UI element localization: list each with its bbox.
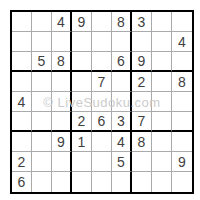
cell-r9c8[interactable] (152, 172, 172, 192)
cell-r4c8[interactable] (152, 72, 172, 92)
cell-r7c3[interactable]: 9 (52, 132, 72, 152)
cell-r1c1[interactable] (12, 12, 32, 32)
cell-r1c6[interactable]: 8 (112, 12, 132, 32)
cell-r9c5[interactable] (92, 172, 112, 192)
cell-r5c8[interactable] (152, 92, 172, 112)
cell-r6c8[interactable] (152, 112, 172, 132)
cell-r4c1[interactable] (12, 72, 32, 92)
cell-r3c7[interactable]: 9 (132, 52, 152, 72)
cell-r4c3[interactable] (52, 72, 72, 92)
cell-r1c5[interactable] (92, 12, 112, 32)
cell-r8c7[interactable] (132, 152, 152, 172)
cell-r6c2[interactable] (32, 112, 52, 132)
cell-r8c4[interactable] (72, 152, 92, 172)
cell-r2c5[interactable] (92, 32, 112, 52)
cell-r2c3[interactable] (52, 32, 72, 52)
cell-r6c9[interactable] (172, 112, 192, 132)
cell-r5c4[interactable] (72, 92, 92, 112)
cell-r7c4[interactable]: 1 (72, 132, 92, 152)
cell-r8c2[interactable] (32, 152, 52, 172)
cell-r6c5[interactable]: 6 (92, 112, 112, 132)
cell-r9c2[interactable] (32, 172, 52, 192)
cell-r1c9[interactable] (172, 12, 192, 32)
cell-r5c3[interactable] (52, 92, 72, 112)
cell-r2c2[interactable] (32, 32, 52, 52)
cell-r3c8[interactable] (152, 52, 172, 72)
cell-r1c4[interactable]: 9 (72, 12, 92, 32)
cell-r3c4[interactable] (72, 52, 92, 72)
cell-r8c1[interactable]: 2 (12, 152, 32, 172)
cell-r5c9[interactable] (172, 92, 192, 112)
cell-r6c7[interactable]: 7 (132, 112, 152, 132)
cell-r2c6[interactable] (112, 32, 132, 52)
cell-r2c8[interactable] (152, 32, 172, 52)
cell-r3c2[interactable]: 5 (32, 52, 52, 72)
cell-r3c6[interactable]: 6 (112, 52, 132, 72)
cell-r9c3[interactable] (52, 172, 72, 192)
cell-r7c1[interactable] (12, 132, 32, 152)
cell-r5c7[interactable] (132, 92, 152, 112)
cell-r5c6[interactable] (112, 92, 132, 112)
cell-r8c3[interactable] (52, 152, 72, 172)
cell-r6c6[interactable]: 3 (112, 112, 132, 132)
cell-r8c5[interactable] (92, 152, 112, 172)
cell-r5c2[interactable] (32, 92, 52, 112)
cell-r6c1[interactable] (12, 112, 32, 132)
cell-r9c4[interactable] (72, 172, 92, 192)
cell-r2c1[interactable] (12, 32, 32, 52)
cell-r1c2[interactable] (32, 12, 52, 32)
cell-r4c7[interactable]: 2 (132, 72, 152, 92)
cell-r8c6[interactable]: 5 (112, 152, 132, 172)
cell-r9c9[interactable] (172, 172, 192, 192)
cell-r7c9[interactable] (172, 132, 192, 152)
cell-r3c3[interactable]: 8 (52, 52, 72, 72)
cell-r7c8[interactable] (152, 132, 172, 152)
sudoku-board: 4983458697284263791482596© LiveSudoku.co… (10, 10, 194, 194)
cell-r3c5[interactable] (92, 52, 112, 72)
cell-r4c6[interactable] (112, 72, 132, 92)
cell-r2c7[interactable] (132, 32, 152, 52)
cell-r7c7[interactable]: 8 (132, 132, 152, 152)
cell-r7c5[interactable] (92, 132, 112, 152)
cell-r4c4[interactable] (72, 72, 92, 92)
cell-r3c9[interactable] (172, 52, 192, 72)
cell-r4c2[interactable] (32, 72, 52, 92)
cell-r9c6[interactable] (112, 172, 132, 192)
cell-r6c4[interactable]: 2 (72, 112, 92, 132)
cell-r9c1[interactable]: 6 (12, 172, 32, 192)
cell-r3c1[interactable] (12, 52, 32, 72)
page: 4983458697284263791482596© LiveSudoku.co… (0, 0, 200, 200)
cell-r9c7[interactable] (132, 172, 152, 192)
cell-r1c3[interactable]: 4 (52, 12, 72, 32)
cell-r5c1[interactable]: 4 (12, 92, 32, 112)
cell-r7c6[interactable]: 4 (112, 132, 132, 152)
cell-r4c5[interactable]: 7 (92, 72, 112, 92)
cell-r8c8[interactable] (152, 152, 172, 172)
cell-r2c9[interactable]: 4 (172, 32, 192, 52)
cell-r7c2[interactable] (32, 132, 52, 152)
cell-r8c9[interactable]: 9 (172, 152, 192, 172)
cell-r1c8[interactable] (152, 12, 172, 32)
cell-r5c5[interactable] (92, 92, 112, 112)
cell-r2c4[interactable] (72, 32, 92, 52)
cell-r4c9[interactable]: 8 (172, 72, 192, 92)
cell-r1c7[interactable]: 3 (132, 12, 152, 32)
cell-r6c3[interactable] (52, 112, 72, 132)
